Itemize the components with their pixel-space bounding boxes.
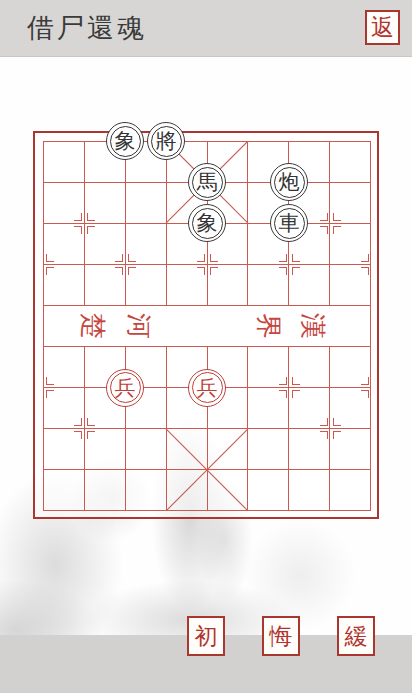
board-grid: 楚河界漢象將馬炮象車兵兵 [43, 141, 371, 511]
board-cell [43, 469, 84, 510]
board-cell [84, 469, 125, 510]
board-cell [207, 469, 248, 510]
piece-elephant-black[interactable]: 象 [188, 204, 226, 242]
piece-elephant-black[interactable]: 象 [106, 122, 144, 160]
point-marker [279, 254, 300, 275]
xiangqi-board[interactable]: 楚河界漢象將馬炮象車兵兵 [33, 131, 379, 519]
back-button[interactable]: 返 [365, 10, 400, 45]
piece-soldier-red[interactable]: 兵 [188, 369, 226, 407]
point-marker [33, 254, 54, 275]
point-marker [33, 377, 54, 398]
board-cell [166, 305, 207, 346]
point-marker [361, 254, 382, 275]
point-marker [320, 213, 341, 234]
board-cell [166, 469, 207, 510]
board-cell [43, 141, 84, 182]
board-cell [125, 428, 166, 469]
point-marker [74, 213, 95, 234]
river-text: 河 [121, 313, 156, 339]
board-cell [329, 469, 370, 510]
board-cell [329, 141, 370, 182]
board-cell [247, 469, 288, 510]
restart-button[interactable]: 初 [187, 616, 225, 656]
point-marker [320, 418, 341, 439]
undo-button[interactable]: 悔 [262, 616, 300, 656]
board-cell [288, 469, 329, 510]
page-title: 借尸還魂 [27, 10, 147, 46]
piece-soldier-red[interactable]: 兵 [106, 369, 144, 407]
xiangqi-puzzle-app: 借尸還魂 返 楚河界漢象將馬炮象車兵兵 初 悔 緩 [0, 0, 412, 693]
piece-horse-black[interactable]: 馬 [188, 163, 226, 201]
point-marker [361, 377, 382, 398]
board-cell [247, 428, 288, 469]
point-marker [115, 254, 136, 275]
point-marker [279, 377, 300, 398]
piece-cannon-black[interactable]: 炮 [270, 163, 308, 201]
board-cell [329, 305, 370, 346]
delay-button[interactable]: 緩 [337, 616, 375, 656]
piece-chariot-black[interactable]: 車 [270, 204, 308, 242]
board-cell [125, 182, 166, 223]
point-marker [74, 418, 95, 439]
board-cell [166, 428, 207, 469]
header: 借尸還魂 返 [0, 0, 412, 57]
board-cell [125, 469, 166, 510]
river-text: 漢 [295, 313, 330, 339]
piece-general-black[interactable]: 將 [147, 122, 185, 160]
board-cell [207, 428, 248, 469]
river-text: 界 [251, 313, 286, 339]
point-marker [197, 254, 218, 275]
river-text: 楚 [75, 313, 110, 339]
board-cell [207, 305, 248, 346]
